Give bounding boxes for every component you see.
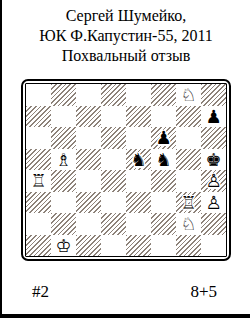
square-h7: ♟ [201,106,226,128]
black-knight-f5: ♞ [155,149,171,170]
square-b6 [51,127,76,149]
square-f2 [151,213,176,235]
square-c2 [76,213,101,235]
square-d3 [101,192,126,214]
square-b1: ♔ [51,235,76,257]
square-c4 [76,170,101,192]
square-b5: ♗ [51,149,76,171]
square-e3 [126,192,151,214]
square-e2 [126,213,151,235]
square-d7 [101,106,126,128]
square-a4: ♖ [26,170,51,192]
problem-diagram-page: Сергей Шумейко, ЮК Ф.Капустин-55, 2011 П… [0,0,250,318]
problem-header: Сергей Шумейко, ЮК Ф.Капустин-55, 2011 П… [2,0,250,66]
square-e5: ♞ [126,149,151,171]
square-h8 [201,84,226,106]
black-pawn-h7: ♟ [205,106,221,127]
black-knight-e5: ♞ [130,149,146,170]
square-d1 [101,235,126,257]
square-g8: ♘ [176,84,201,106]
square-h5: ♚ [201,149,226,171]
white-knight-g8: ♘ [180,84,196,105]
black-pawn-f6: ♟ [155,127,171,148]
square-f8 [151,84,176,106]
square-f1 [151,235,176,257]
square-a3 [26,192,51,214]
white-pawn-h4: ♙ [205,170,221,191]
square-f3 [151,192,176,214]
square-g4 [176,170,201,192]
square-e7 [126,106,151,128]
white-pawn-h3: ♙ [205,192,221,213]
square-c5 [76,149,101,171]
square-a1 [26,235,51,257]
square-c6 [76,127,101,149]
author-line: Сергей Шумейко, [2,6,250,26]
white-rook-g3: ♖ [180,192,196,213]
square-g2: ♘ [176,213,201,235]
white-rook-a4: ♖ [30,170,46,191]
square-c3 [76,192,101,214]
tourney-line: ЮК Ф.Капустин-55, 2011 [2,26,250,46]
square-e8 [126,84,151,106]
square-h1 [201,235,226,257]
board-frame: ♘♟♟♗♞♞♚♖♙♖♙♘♔ [21,79,231,261]
square-d8 [101,84,126,106]
square-f5: ♞ [151,149,176,171]
square-a8 [26,84,51,106]
stipulation-label: #2 [32,282,49,302]
square-e1 [126,235,151,257]
square-d5 [101,149,126,171]
square-g6 [176,127,201,149]
square-f7 [151,106,176,128]
chess-board: ♘♟♟♗♞♞♚♖♙♖♙♘♔ [26,84,226,256]
material-count-label: 8+5 [190,282,217,302]
square-b7 [51,106,76,128]
square-d6 [101,127,126,149]
award-line: Похвальный отзыв [2,46,250,66]
square-b8 [51,84,76,106]
square-h4: ♙ [201,170,226,192]
square-c8 [76,84,101,106]
square-e6 [126,127,151,149]
square-b3 [51,192,76,214]
square-h2 [201,213,226,235]
square-d4 [101,170,126,192]
square-a5 [26,149,51,171]
black-king-h5: ♚ [205,149,221,170]
square-f6: ♟ [151,127,176,149]
square-g1 [176,235,201,257]
square-f4 [151,170,176,192]
square-g7 [176,106,201,128]
square-h6 [201,127,226,149]
caption-row: #2 8+5 [2,261,250,302]
square-b4 [51,170,76,192]
square-a6 [26,127,51,149]
square-b2 [51,213,76,235]
square-d2 [101,213,126,235]
white-bishop-b5: ♗ [55,149,71,170]
board-inner-frame: ♘♟♟♗♞♞♚♖♙♖♙♘♔ [25,83,227,257]
square-h3: ♙ [201,192,226,214]
square-g5 [176,149,201,171]
square-c7 [76,106,101,128]
white-knight-g2: ♘ [180,213,196,234]
white-king-b1: ♔ [55,235,71,256]
square-e4 [126,170,151,192]
square-a7 [26,106,51,128]
square-g3: ♖ [176,192,201,214]
square-a2 [26,213,51,235]
square-c1 [76,235,101,257]
